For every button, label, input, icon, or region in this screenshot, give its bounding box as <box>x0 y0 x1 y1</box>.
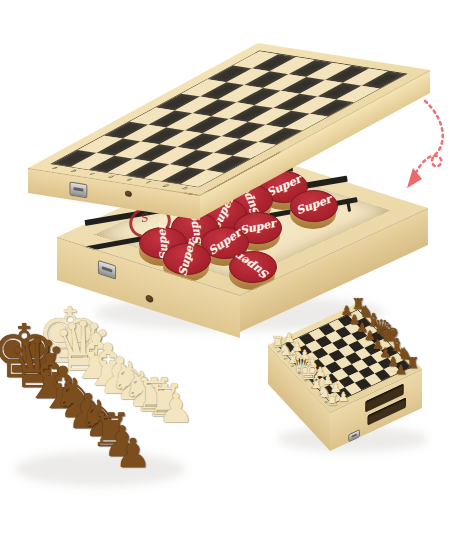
chess-piece-pawn: ♟ <box>158 388 194 428</box>
chess-piece-knight: ♞ <box>52 372 100 426</box>
chess-piece-king: ♚ <box>0 314 57 388</box>
chess-piece-knight: ♞ <box>121 365 164 413</box>
chess-piece-pawn: ♟ <box>98 351 143 401</box>
chess-piece-bishop: ♝ <box>37 359 89 417</box>
chess-piece-knight: ♞ <box>108 355 155 407</box>
chess-piece-bishop: ♝ <box>82 336 134 394</box>
chess-piece-queen: ♛ <box>7 330 68 398</box>
chess-piece-pawn: ♟ <box>103 421 141 463</box>
chess-piece-pawn: ♟ <box>66 387 109 435</box>
fold-direction-arrow <box>385 95 450 200</box>
chess-piece-bishop: ♝ <box>68 326 124 388</box>
chess-piece-rook: ♜ <box>133 372 174 418</box>
chess-piece-pawn: ♟ <box>115 433 151 473</box>
product-photo-scene: S SuperSuperSuperSuperSuperSuperSuperSup… <box>0 0 450 540</box>
chess-piece-queen: ♛ <box>53 313 114 381</box>
loose-pieces-rows: ♚♛♝♝♟♞♞♜♜♟♚♛♝♝♞♟♞♜♟♟ <box>0 0 450 540</box>
chess-piece-knight: ♞ <box>78 394 123 444</box>
chess-piece-rook: ♜ <box>145 379 184 423</box>
chess-piece-bishop: ♝ <box>22 346 78 408</box>
chess-piece-king: ♚ <box>36 298 104 374</box>
arrow-head <box>407 168 422 188</box>
chess-piece-rook: ♜ <box>90 407 131 453</box>
